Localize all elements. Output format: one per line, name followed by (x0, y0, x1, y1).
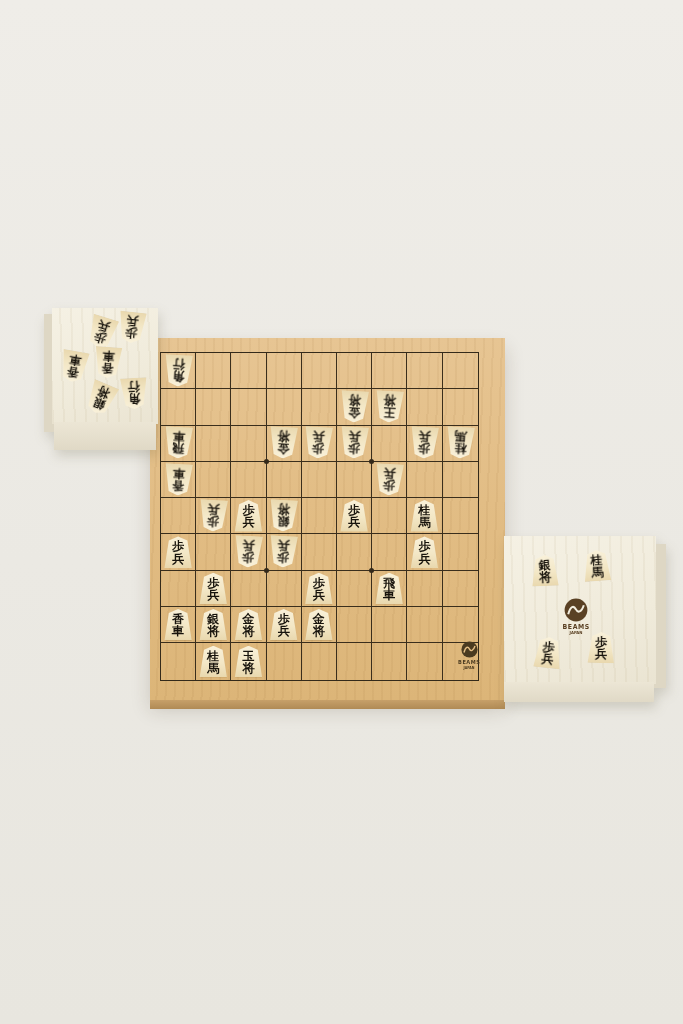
shogi-piece-gote: 香車 (163, 463, 194, 496)
komadai-sente: BEAMS JAPAN 銀将 桂馬 歩兵 歩兵 (504, 536, 666, 702)
square-5c: 歩兵 (302, 426, 337, 462)
square-4c: 歩兵 (337, 426, 372, 462)
shogi-piece-gote: 歩兵 (268, 536, 299, 569)
shogi-board: 角行金将王将飛車金将歩兵歩兵歩兵桂馬香車歩兵歩兵歩兵銀将歩兵桂馬歩兵歩兵歩兵歩兵… (150, 338, 505, 700)
star-point (264, 568, 269, 573)
captured-piece: 香車 (94, 347, 122, 378)
square-2f: 歩兵 (407, 534, 442, 570)
shogi-piece-sente: 飛車 (375, 573, 404, 605)
square-1e (443, 498, 478, 534)
square-6e: 銀将 (267, 498, 302, 534)
square-2b (407, 389, 442, 425)
square-4a (337, 353, 372, 389)
brand-name: BEAMS (458, 659, 480, 665)
square-5g: 歩兵 (302, 571, 337, 607)
shogi-piece-sente: 銀将 (199, 609, 228, 641)
square-7d (231, 462, 266, 498)
square-3e (372, 498, 407, 534)
shogi-piece-gote: 香車 (93, 346, 123, 379)
shogi-piece-sente: 歩兵 (269, 609, 298, 641)
square-7c (231, 426, 266, 462)
shogi-piece-sente: 金将 (234, 609, 263, 641)
square-3c (372, 426, 407, 462)
square-3b: 王将 (372, 389, 407, 425)
square-9e (161, 498, 196, 534)
shogi-piece-gote: 桂馬 (445, 427, 476, 460)
shogi-piece-gote: 銀将 (82, 379, 120, 418)
captured-piece: 歩兵 (88, 317, 116, 348)
square-5i (302, 643, 337, 679)
shogi-piece-gote: 歩兵 (409, 427, 440, 460)
square-4i (337, 643, 372, 679)
captured-piece: 歩兵 (118, 312, 146, 343)
square-5d (302, 462, 337, 498)
shogi-piece-gote: 金将 (339, 390, 370, 423)
square-3g: 飛車 (372, 571, 407, 607)
square-6c: 金将 (267, 426, 302, 462)
square-8h: 銀将 (196, 607, 231, 643)
product-photo: 角行金将王将飛車金将歩兵歩兵歩兵桂馬香車歩兵歩兵歩兵銀将歩兵桂馬歩兵歩兵歩兵歩兵… (0, 0, 683, 1024)
square-5e (302, 498, 337, 534)
square-8d (196, 462, 231, 498)
square-5h: 金将 (302, 607, 337, 643)
shogi-piece-sente: 歩兵 (532, 636, 563, 670)
square-4h (337, 607, 372, 643)
square-8e: 歩兵 (196, 498, 231, 534)
beams-japan-logo: BEAMS JAPAN (450, 641, 488, 677)
square-2c: 歩兵 (407, 426, 442, 462)
square-6a (267, 353, 302, 389)
brand-sub: JAPAN (464, 666, 475, 670)
square-4f (337, 534, 372, 570)
shogi-piece-gote: 角行 (163, 354, 194, 387)
square-3f (372, 534, 407, 570)
square-1d (443, 462, 478, 498)
square-8c (196, 426, 231, 462)
square-9d: 香車 (161, 462, 196, 498)
shogi-piece-gote: 香車 (58, 349, 91, 384)
shogi-piece-sente: 歩兵 (164, 536, 193, 568)
square-1f (443, 534, 478, 570)
brand-sub: JAPAN (570, 631, 583, 635)
shogi-piece-sente: 桂馬 (199, 646, 228, 678)
shogi-piece-sente: 歩兵 (199, 573, 228, 605)
shogi-piece-gote: 王将 (374, 390, 405, 423)
shogi-piece-gote: 金将 (268, 427, 299, 460)
square-8b (196, 389, 231, 425)
square-3d: 歩兵 (372, 462, 407, 498)
captured-piece: 銀将 (531, 555, 559, 586)
shogi-piece-sente: 歩兵 (304, 573, 333, 605)
captured-piece: 銀将 (87, 383, 115, 414)
captured-piece: 歩兵 (587, 632, 615, 663)
square-9f: 歩兵 (161, 534, 196, 570)
shogi-piece-gote: 歩兵 (116, 311, 147, 345)
shogi-piece-gote: 角行 (119, 377, 149, 409)
square-1a (443, 353, 478, 389)
square-4g (337, 571, 372, 607)
shogi-piece-gote: 飛車 (163, 427, 194, 460)
shogi-piece-gote: 銀将 (268, 499, 299, 532)
shogi-piece-gote: 歩兵 (233, 536, 264, 569)
square-3h (372, 607, 407, 643)
square-7e: 歩兵 (231, 498, 266, 534)
square-7f: 歩兵 (231, 534, 266, 570)
shogi-piece-sente: 歩兵 (234, 500, 263, 532)
captured-piece: 桂馬 (583, 550, 611, 581)
square-9g (161, 571, 196, 607)
square-9c: 飛車 (161, 426, 196, 462)
shogi-piece-sente: 金将 (304, 609, 333, 641)
square-6i (267, 643, 302, 679)
square-1h (443, 607, 478, 643)
box-front-face (54, 422, 156, 450)
square-8g: 歩兵 (196, 571, 231, 607)
square-6h: 歩兵 (267, 607, 302, 643)
shogi-piece-sente: 玉将 (234, 646, 263, 678)
square-9a: 角行 (161, 353, 196, 389)
square-2e: 桂馬 (407, 498, 442, 534)
shogi-piece-sente: 桂馬 (410, 500, 439, 532)
brand-name: BEAMS (562, 623, 590, 630)
square-2i (407, 643, 442, 679)
square-3i (372, 643, 407, 679)
shogi-piece-sente: 歩兵 (410, 536, 439, 568)
square-6f: 歩兵 (267, 534, 302, 570)
board-front-edge (150, 700, 505, 709)
square-6b (267, 389, 302, 425)
captured-piece: 角行 (120, 378, 148, 409)
shogi-piece-gote: 歩兵 (304, 427, 335, 460)
square-6d (267, 462, 302, 498)
square-7g (231, 571, 266, 607)
square-7a (231, 353, 266, 389)
shogi-piece-sente: 香車 (164, 609, 193, 641)
shogi-piece-gote: 歩兵 (339, 427, 370, 460)
square-8i: 桂馬 (196, 643, 231, 679)
shogi-piece-gote: 歩兵 (374, 463, 405, 496)
square-9b (161, 389, 196, 425)
square-7b (231, 389, 266, 425)
square-9i (161, 643, 196, 679)
shogi-piece-sente: 銀将 (530, 555, 559, 587)
square-3a (372, 353, 407, 389)
square-5a (302, 353, 337, 389)
square-6g (267, 571, 302, 607)
square-5f (302, 534, 337, 570)
mountain-logo-icon (461, 641, 478, 658)
shogi-piece-gote: 歩兵 (84, 314, 120, 352)
captured-piece: 香車 (60, 351, 88, 382)
komadai-gote: 歩兵 歩兵 香車 香車 銀将 角行 (44, 308, 160, 450)
square-8a (196, 353, 231, 389)
mountain-logo-icon (564, 598, 588, 622)
square-9h: 香車 (161, 607, 196, 643)
square-4e: 歩兵 (337, 498, 372, 534)
square-1g (443, 571, 478, 607)
square-7h: 金将 (231, 607, 266, 643)
square-4d (337, 462, 372, 498)
captured-piece: 歩兵 (534, 637, 562, 668)
square-4b: 金将 (337, 389, 372, 425)
square-8f (196, 534, 231, 570)
shogi-piece-gote: 歩兵 (198, 499, 229, 532)
square-2g (407, 571, 442, 607)
square-5b (302, 389, 337, 425)
square-2h (407, 607, 442, 643)
box-front-face (504, 682, 654, 702)
square-7i: 玉将 (231, 643, 266, 679)
board-grid: 角行金将王将飛車金将歩兵歩兵歩兵桂馬香車歩兵歩兵歩兵銀将歩兵桂馬歩兵歩兵歩兵歩兵… (160, 352, 479, 681)
shogi-piece-sente: 歩兵 (340, 500, 369, 532)
square-2a (407, 353, 442, 389)
shogi-piece-sente: 歩兵 (587, 632, 616, 663)
square-1b (443, 389, 478, 425)
shogi-piece-sente: 桂馬 (582, 549, 612, 582)
square-1c: 桂馬 (443, 426, 478, 462)
square-2d (407, 462, 442, 498)
